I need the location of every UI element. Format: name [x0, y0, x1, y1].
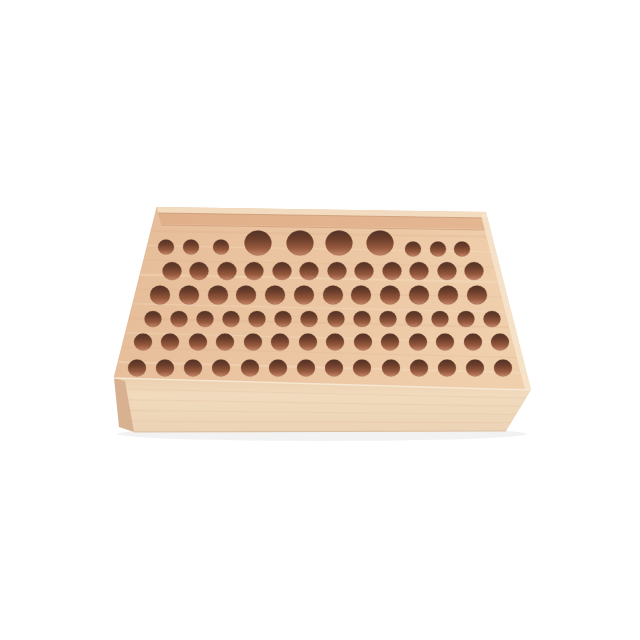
tool-hole-row-4-11: [406, 311, 423, 327]
tool-hole-row-2-11: [438, 262, 457, 280]
tool-hole-row-1-large-2: [287, 231, 314, 256]
tool-hole-row-5-12: [436, 334, 454, 351]
tool-hole-row-3-3: [208, 286, 228, 305]
tool-hole-row-1-right-small-2: [430, 242, 446, 257]
tool-hole-row-4-4: [223, 311, 240, 327]
tool-hole-row-2-10: [410, 262, 429, 280]
tool-hole-row-4-12: [432, 311, 449, 327]
tool-hole-row-3-11: [438, 286, 458, 305]
tool-hole-row-2-6: [300, 262, 319, 280]
tool-hole-row-5-14: [491, 334, 509, 351]
tool-hole-row-2-1: [163, 262, 182, 280]
tool-hole-row-4-8: [328, 311, 345, 327]
tool-hole-row-6-1: [128, 360, 146, 377]
tool-hole-row-3-12: [467, 286, 487, 305]
tool-hole-row-2-2: [190, 262, 209, 280]
tool-hole-row-5-10: [381, 334, 399, 351]
tool-hole-row-4-2: [171, 311, 188, 327]
tool-hole-row-6-2: [156, 360, 174, 377]
tool-hole-row-5-9: [354, 334, 372, 351]
tool-hole-row-2-12: [465, 262, 484, 280]
tool-hole-row-4-3: [197, 311, 214, 327]
tool-hole-row-1-right-small-1: [405, 242, 421, 257]
tool-hole-row-6-14: [494, 360, 512, 377]
tool-hole-row-3-1: [150, 286, 170, 305]
tool-hole-row-2-9: [383, 262, 402, 280]
tool-hole-row-6-3: [184, 360, 202, 377]
tool-hole-row-1-large-4: [367, 231, 394, 256]
tool-hole-row-5-7: [299, 334, 317, 351]
tool-hole-row-3-5: [265, 286, 285, 305]
tool-hole-row-3-4: [236, 286, 256, 305]
tool-hole-row-3-9: [380, 286, 400, 305]
tool-hole-row-5-1: [134, 334, 152, 351]
tool-hole-row-1-left-small-3: [213, 240, 229, 255]
tool-hole-row-5-2: [161, 334, 179, 351]
tool-hole-row-6-6: [269, 360, 287, 377]
tool-hole-row-4-13: [458, 311, 475, 327]
tool-hole-row-4-1: [145, 311, 162, 327]
tool-hole-row-4-5: [249, 311, 266, 327]
tool-hole-row-3-7: [323, 286, 343, 305]
tool-hole-row-3-10: [409, 286, 429, 305]
tool-hole-row-6-9: [353, 360, 371, 377]
tool-hole-row-3-8: [351, 286, 371, 305]
tool-hole-row-2-7: [328, 262, 347, 280]
tool-hole-row-6-8: [325, 360, 343, 377]
wooden-tool-block-photo: [0, 0, 640, 640]
tool-hole-row-4-9: [354, 311, 371, 327]
tool-hole-row-2-3: [218, 262, 237, 280]
tool-hole-row-6-7: [297, 360, 315, 377]
tool-hole-row-6-11: [410, 360, 428, 377]
tool-hole-row-4-6: [275, 311, 292, 327]
tool-hole-row-1-large-3: [326, 231, 353, 256]
tool-hole-row-3-6: [294, 286, 314, 305]
tool-hole-row-6-10: [382, 360, 400, 377]
tool-hole-row-4-10: [380, 311, 397, 327]
tool-hole-row-5-8: [326, 334, 344, 351]
tool-hole-row-5-5: [244, 334, 262, 351]
tool-hole-row-6-13: [466, 360, 484, 377]
tool-hole-row-6-4: [212, 360, 230, 377]
tool-hole-row-1-large-1: [245, 231, 272, 256]
tool-hole-row-2-8: [355, 262, 374, 280]
tool-hole-row-2-5: [273, 262, 292, 280]
tool-hole-row-6-12: [438, 360, 456, 377]
tool-hole-row-5-3: [189, 334, 207, 351]
product-photo-canvas: [0, 0, 640, 640]
tool-hole-row-3-2: [179, 286, 199, 305]
tool-hole-row-2-4: [245, 262, 264, 280]
tool-hole-row-5-11: [409, 334, 427, 351]
tool-hole-row-5-4: [216, 334, 234, 351]
tool-hole-row-6-5: [241, 360, 259, 377]
tool-hole-row-1-left-small-1: [158, 240, 174, 255]
tool-hole-row-1-left-small-2: [183, 240, 199, 255]
tool-hole-row-4-14: [484, 311, 501, 327]
tool-hole-row-1-right-small-3: [454, 242, 470, 257]
tool-hole-row-4-7: [301, 311, 318, 327]
tool-hole-row-5-6: [271, 334, 289, 351]
tool-hole-row-5-13: [464, 334, 482, 351]
